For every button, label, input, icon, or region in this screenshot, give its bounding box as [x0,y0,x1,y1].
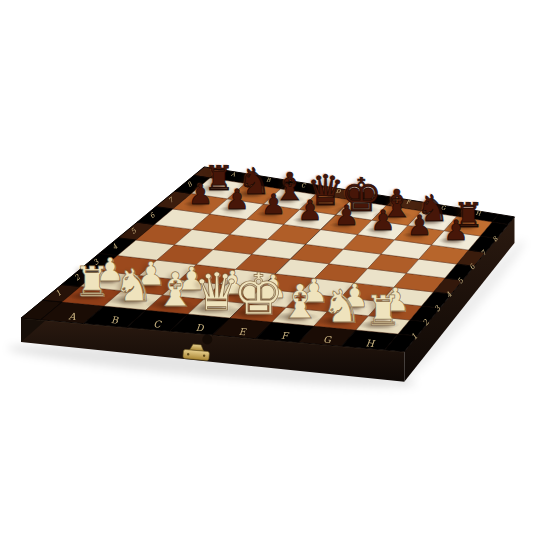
piece-black-pawn: ♟ [188,181,213,209]
piece-black-pawn: ♟ [261,191,286,219]
piece-black-pawn: ♟ [224,186,249,214]
piece-black-pawn: ♟ [298,197,323,225]
piece-black-pawn: ♟ [371,207,396,235]
piece-black-pawn: ♟ [407,212,432,240]
pieces-layer: ♜♞♝♛♚♝♞♜♟♟♟♟♟♟♟♟♟♟♟♟♟♟♟♟♜♞♝♛♚♝♞♜ [0,0,533,533]
piece-white-knight: ♞ [321,284,362,329]
piece-black-pawn: ♟ [444,218,469,246]
piece-white-rook: ♜ [365,291,402,332]
piece-black-pawn: ♟ [334,202,359,230]
product-photo: AA11BB22CC33DD44EE55FF66GG77HH88 ♜♞♝♛♚♝♞… [0,0,533,533]
